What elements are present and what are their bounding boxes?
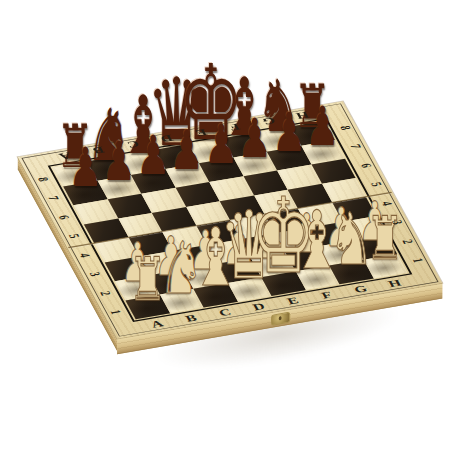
black-pawn-glyph: ♟: [306, 100, 340, 154]
brass-clasp: [271, 312, 290, 326]
product-photo-stage: ♜♞♝♛♚♝♞♜♟♟♟♟♟♟♟♟♟♟♟♟♟♟♟♟♜♞♝♛♚♝♞♜ 8765432…: [0, 0, 458, 458]
